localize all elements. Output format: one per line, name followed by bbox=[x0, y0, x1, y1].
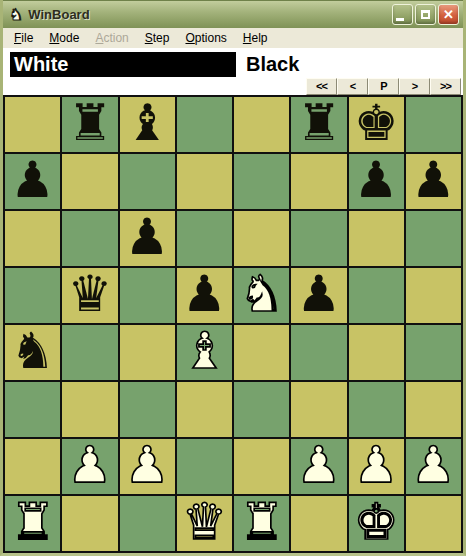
square-e2[interactable] bbox=[233, 438, 290, 495]
square-e7[interactable] bbox=[233, 153, 290, 210]
nav-button-row: <<<P>>> bbox=[3, 78, 463, 95]
square-b1[interactable] bbox=[61, 495, 118, 552]
square-c4[interactable] bbox=[119, 324, 176, 381]
chess-board: ♜♝♜♚♟♟♟♟♛♟♞♟♞♝♟♟♟♟♟♜♛♜♚ bbox=[3, 95, 463, 553]
square-h4[interactable] bbox=[405, 324, 462, 381]
square-d1[interactable]: ♛ bbox=[176, 495, 233, 552]
black-rook: ♜ bbox=[67, 98, 112, 148]
menu-bar: FileModeActionStepOptionsHelp bbox=[3, 28, 463, 48]
square-f2[interactable]: ♟ bbox=[290, 438, 347, 495]
white-pawn: ♟ bbox=[296, 440, 341, 490]
square-h6[interactable] bbox=[405, 210, 462, 267]
menu-help[interactable]: Help bbox=[235, 29, 276, 47]
menu-options[interactable]: Options bbox=[177, 29, 234, 47]
white-queen: ♛ bbox=[182, 497, 227, 547]
square-f7[interactable] bbox=[290, 153, 347, 210]
square-d5[interactable]: ♟ bbox=[176, 267, 233, 324]
square-c6[interactable]: ♟ bbox=[119, 210, 176, 267]
black-pawn: ♟ bbox=[354, 155, 399, 205]
square-a5[interactable] bbox=[4, 267, 61, 324]
square-e4[interactable] bbox=[233, 324, 290, 381]
white-bishop: ♝ bbox=[182, 326, 227, 376]
square-h8[interactable] bbox=[405, 96, 462, 153]
square-a1[interactable]: ♜ bbox=[4, 495, 61, 552]
black-pawn: ♟ bbox=[296, 269, 341, 319]
white-knight: ♞ bbox=[239, 269, 284, 319]
square-d6[interactable] bbox=[176, 210, 233, 267]
menu-mode[interactable]: Mode bbox=[41, 29, 87, 47]
square-d8[interactable] bbox=[176, 96, 233, 153]
square-a6[interactable] bbox=[4, 210, 61, 267]
square-a7[interactable]: ♟ bbox=[4, 153, 61, 210]
square-d2[interactable] bbox=[176, 438, 233, 495]
square-a3[interactable] bbox=[4, 381, 61, 438]
black-pawn: ♟ bbox=[182, 269, 227, 319]
square-g1[interactable]: ♚ bbox=[348, 495, 405, 552]
square-b4[interactable] bbox=[61, 324, 118, 381]
white-pawn: ♟ bbox=[354, 440, 399, 490]
square-g4[interactable] bbox=[348, 324, 405, 381]
square-f6[interactable] bbox=[290, 210, 347, 267]
menu-file[interactable]: File bbox=[6, 29, 41, 47]
white-player-label: White bbox=[10, 52, 236, 77]
square-h5[interactable] bbox=[405, 267, 462, 324]
square-b5[interactable]: ♛ bbox=[61, 267, 118, 324]
knight-app-icon: ♞ bbox=[9, 7, 23, 23]
black-pawn: ♟ bbox=[125, 212, 170, 262]
black-rook: ♜ bbox=[296, 98, 341, 148]
square-g3[interactable] bbox=[348, 381, 405, 438]
nav-pause-button[interactable]: P bbox=[368, 78, 399, 95]
title-bar: ♞ WinBoard ✕ bbox=[3, 0, 463, 28]
square-f3[interactable] bbox=[290, 381, 347, 438]
nav-forward-button[interactable]: > bbox=[399, 78, 430, 95]
square-a4[interactable]: ♞ bbox=[4, 324, 61, 381]
white-pawn: ♟ bbox=[411, 440, 456, 490]
black-king: ♚ bbox=[354, 98, 399, 148]
square-a2[interactable] bbox=[4, 438, 61, 495]
menu-action: Action bbox=[87, 29, 136, 47]
nav-rewind-button[interactable]: << bbox=[306, 78, 337, 95]
square-c3[interactable] bbox=[119, 381, 176, 438]
black-pawn: ♟ bbox=[10, 155, 55, 205]
square-c2[interactable]: ♟ bbox=[119, 438, 176, 495]
white-pawn: ♟ bbox=[125, 440, 170, 490]
square-e5[interactable]: ♞ bbox=[233, 267, 290, 324]
white-rook: ♜ bbox=[10, 497, 55, 547]
white-pawn: ♟ bbox=[67, 440, 112, 490]
maximize-button[interactable] bbox=[415, 4, 436, 25]
square-d3[interactable] bbox=[176, 381, 233, 438]
square-h3[interactable] bbox=[405, 381, 462, 438]
info-strip: White Black <<<P>>> bbox=[3, 48, 463, 95]
square-f4[interactable] bbox=[290, 324, 347, 381]
square-c7[interactable] bbox=[119, 153, 176, 210]
square-e3[interactable] bbox=[233, 381, 290, 438]
nav-fast-forward-button[interactable]: >> bbox=[430, 78, 461, 95]
square-h1[interactable] bbox=[405, 495, 462, 552]
menu-step[interactable]: Step bbox=[137, 29, 178, 47]
square-f1[interactable] bbox=[290, 495, 347, 552]
square-a8[interactable] bbox=[4, 96, 61, 153]
black-player-label: Black bbox=[246, 53, 299, 76]
square-g8[interactable]: ♚ bbox=[348, 96, 405, 153]
square-g2[interactable]: ♟ bbox=[348, 438, 405, 495]
square-e8[interactable] bbox=[233, 96, 290, 153]
square-g7[interactable]: ♟ bbox=[348, 153, 405, 210]
square-f8[interactable]: ♜ bbox=[290, 96, 347, 153]
white-rook: ♜ bbox=[239, 497, 284, 547]
black-bishop: ♝ bbox=[125, 98, 170, 148]
black-knight: ♞ bbox=[10, 326, 55, 376]
square-d4[interactable]: ♝ bbox=[176, 324, 233, 381]
window-controls: ✕ bbox=[392, 4, 459, 25]
square-e6[interactable] bbox=[233, 210, 290, 267]
square-g6[interactable] bbox=[348, 210, 405, 267]
square-c5[interactable] bbox=[119, 267, 176, 324]
square-b2[interactable]: ♟ bbox=[61, 438, 118, 495]
square-b6[interactable] bbox=[61, 210, 118, 267]
square-b7[interactable] bbox=[61, 153, 118, 210]
black-pawn: ♟ bbox=[411, 155, 456, 205]
square-d7[interactable] bbox=[176, 153, 233, 210]
square-c1[interactable] bbox=[119, 495, 176, 552]
window-title: WinBoard bbox=[28, 7, 392, 22]
nav-back-button[interactable]: < bbox=[337, 78, 368, 95]
square-e1[interactable]: ♜ bbox=[233, 495, 290, 552]
player-names: White Black bbox=[3, 51, 463, 78]
square-c8[interactable]: ♝ bbox=[119, 96, 176, 153]
square-b8[interactable]: ♜ bbox=[61, 96, 118, 153]
minimize-button[interactable] bbox=[392, 4, 413, 25]
square-h7[interactable]: ♟ bbox=[405, 153, 462, 210]
square-b3[interactable] bbox=[61, 381, 118, 438]
close-button[interactable]: ✕ bbox=[438, 4, 459, 25]
white-king: ♚ bbox=[354, 497, 399, 547]
black-queen: ♛ bbox=[67, 269, 112, 319]
square-h2[interactable]: ♟ bbox=[405, 438, 462, 495]
square-f5[interactable]: ♟ bbox=[290, 267, 347, 324]
square-g5[interactable] bbox=[348, 267, 405, 324]
winboard-window: ♞ WinBoard ✕ FileModeActionStepOptionsHe… bbox=[0, 0, 466, 556]
